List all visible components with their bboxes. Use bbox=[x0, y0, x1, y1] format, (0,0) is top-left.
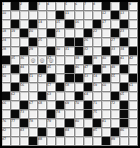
cell-10-6[interactable]: 57 bbox=[47, 83, 56, 92]
cell-7-15[interactable]: 42 bbox=[129, 56, 138, 65]
cell-2-1[interactable]: 10 bbox=[2, 11, 11, 20]
cell-10-1[interactable] bbox=[2, 83, 11, 92]
cell-16-13[interactable]: 89 bbox=[111, 137, 120, 146]
clue-number: 8 bbox=[93, 2, 95, 5]
clue-number: 27 bbox=[111, 38, 115, 41]
clue-number: 74 bbox=[56, 110, 60, 113]
clue-number: 42 bbox=[129, 56, 133, 59]
cell-6-1[interactable]: 28 bbox=[2, 47, 11, 56]
cell-4-15[interactable] bbox=[129, 29, 138, 38]
block-8-2 bbox=[11, 65, 20, 74]
cell-8-4[interactable] bbox=[29, 65, 38, 74]
cell-16-11[interactable] bbox=[93, 137, 102, 146]
cell-5-6[interactable] bbox=[47, 38, 56, 47]
clue-number: 30 bbox=[56, 47, 60, 50]
cell-12-12[interactable] bbox=[102, 101, 111, 110]
cell-9-5[interactable]: 52 bbox=[38, 74, 47, 83]
cell-15-15[interactable] bbox=[129, 128, 138, 137]
clue-number: 82 bbox=[2, 128, 6, 131]
cell-7-9[interactable]: 38 bbox=[75, 56, 84, 65]
cell-7-5[interactable]: ◎ bbox=[38, 56, 47, 65]
clue-number: 40 bbox=[102, 56, 106, 59]
block-3-4 bbox=[29, 20, 38, 29]
clue-number: 28 bbox=[2, 47, 6, 50]
cell-12-11[interactable]: 71 bbox=[93, 101, 102, 110]
clue-number: 84 bbox=[65, 128, 69, 131]
clue-number: 44 bbox=[20, 65, 24, 68]
clue-number: 31 bbox=[65, 47, 69, 50]
cell-7-14[interactable]: 41 bbox=[120, 56, 129, 65]
block-5-14 bbox=[120, 38, 129, 47]
block-6-12 bbox=[102, 47, 111, 56]
cell-16-14[interactable] bbox=[120, 137, 129, 146]
clue-number: 76 bbox=[2, 119, 6, 122]
cell-15-14[interactable]: 86 bbox=[120, 128, 129, 137]
cell-10-15[interactable]: 61 bbox=[129, 83, 138, 92]
cell-3-7[interactable]: 15 bbox=[56, 20, 65, 29]
cell-11-14[interactable]: 65 bbox=[120, 92, 129, 101]
cell-11-2[interactable]: 62 bbox=[11, 92, 20, 101]
block-9-3 bbox=[20, 74, 29, 83]
block-16-12 bbox=[102, 137, 111, 146]
cell-13-3[interactable]: 73 bbox=[20, 110, 29, 119]
cell-11-15[interactable] bbox=[129, 92, 138, 101]
clue-number: 20 bbox=[29, 29, 33, 32]
cell-10-4[interactable] bbox=[29, 83, 38, 92]
block-3-2 bbox=[11, 20, 20, 29]
clue-number: 77 bbox=[11, 119, 15, 122]
cell-11-12[interactable] bbox=[102, 92, 111, 101]
cell-4-7[interactable]: 21 bbox=[56, 29, 65, 38]
cell-2-14[interactable]: 13 bbox=[120, 11, 129, 20]
cell-12-8[interactable]: 69 bbox=[65, 101, 74, 110]
cell-5-10[interactable]: 26 bbox=[84, 38, 93, 47]
clue-number: 21 bbox=[56, 29, 60, 32]
cell-16-15[interactable] bbox=[129, 137, 138, 146]
cell-16-8[interactable] bbox=[65, 137, 74, 146]
cell-9-11[interactable]: 54 bbox=[93, 74, 102, 83]
block-12-7 bbox=[56, 101, 65, 110]
cell-9-7[interactable] bbox=[56, 74, 65, 83]
clue-number: 87 bbox=[2, 137, 6, 140]
clue-number: 58 bbox=[65, 83, 69, 86]
cell-14-13[interactable] bbox=[111, 119, 120, 128]
cell-16-10[interactable] bbox=[84, 137, 93, 146]
cell-10-12[interactable]: 60 bbox=[102, 83, 111, 92]
cell-13-4[interactable] bbox=[29, 110, 38, 119]
cell-4-2[interactable]: 19 bbox=[11, 29, 20, 38]
block-14-14 bbox=[120, 119, 129, 128]
cell-3-12[interactable]: 17 bbox=[102, 20, 111, 29]
cell-7-6[interactable]: 37◎ bbox=[47, 56, 56, 65]
clue-number: 60 bbox=[102, 83, 106, 86]
clue-number: 29 bbox=[29, 47, 33, 50]
block-13-6 bbox=[47, 110, 56, 119]
cell-4-5[interactable] bbox=[38, 29, 47, 38]
clue-number: 26 bbox=[84, 38, 88, 41]
block-3-11 bbox=[93, 20, 102, 29]
clue-number: 25 bbox=[38, 38, 42, 41]
cell-11-4[interactable] bbox=[29, 92, 38, 101]
block-4-10 bbox=[84, 29, 93, 38]
cell-14-7[interactable] bbox=[56, 119, 65, 128]
block-8-5 bbox=[38, 65, 47, 74]
cell-5-11[interactable] bbox=[93, 38, 102, 47]
cell-8-12[interactable]: 48 bbox=[102, 65, 111, 74]
block-2-13 bbox=[111, 11, 120, 20]
block-9-9 bbox=[75, 74, 84, 83]
cell-7-4[interactable]: ◎ bbox=[29, 56, 38, 65]
cell-4-8[interactable] bbox=[65, 29, 74, 38]
cell-11-7[interactable] bbox=[56, 92, 65, 101]
cell-7-8[interactable] bbox=[65, 56, 74, 65]
cell-5-15[interactable] bbox=[129, 38, 138, 47]
block-15-10 bbox=[84, 128, 93, 137]
cell-10-13[interactable] bbox=[111, 83, 120, 92]
cell-13-11[interactable]: 75 bbox=[93, 110, 102, 119]
clue-number: 89 bbox=[111, 137, 115, 140]
cell-4-9[interactable] bbox=[75, 29, 84, 38]
clue-number: 38 bbox=[75, 56, 79, 59]
cell-7-2[interactable]: 35 bbox=[11, 56, 20, 65]
cell-12-5[interactable]: 68 bbox=[38, 101, 47, 110]
block-6-6 bbox=[47, 47, 56, 56]
clue-number: 34 bbox=[120, 47, 124, 50]
cell-8-13[interactable]: 49 bbox=[111, 65, 120, 74]
block-9-8 bbox=[65, 74, 74, 83]
cell-14-6[interactable]: 79 bbox=[47, 119, 56, 128]
cell-16-1[interactable]: 87 bbox=[2, 137, 11, 146]
cell-2-10[interactable] bbox=[84, 11, 93, 20]
cell-6-11[interactable] bbox=[93, 47, 102, 56]
cell-8-1[interactable]: 43 bbox=[2, 65, 11, 74]
clue-number: 4 bbox=[47, 2, 49, 5]
cell-8-7[interactable] bbox=[56, 65, 65, 74]
cell-5-7[interactable] bbox=[56, 38, 65, 47]
block-1-12 bbox=[102, 2, 111, 11]
cell-13-8[interactable] bbox=[65, 110, 74, 119]
cell-4-11[interactable]: 22 bbox=[93, 29, 102, 38]
cell-11-11[interactable] bbox=[93, 92, 102, 101]
cell-5-13[interactable]: 27 bbox=[111, 38, 120, 47]
clue-number: 41 bbox=[120, 56, 124, 59]
clue-number: 48 bbox=[102, 65, 106, 68]
cell-2-3[interactable] bbox=[20, 11, 29, 20]
block-4-3 bbox=[20, 29, 29, 38]
block-15-7 bbox=[56, 128, 65, 137]
cell-15-3[interactable]: 83 bbox=[20, 128, 29, 137]
cell-9-2[interactable] bbox=[11, 74, 20, 83]
cell-15-8[interactable]: 84 bbox=[65, 128, 74, 137]
cell-1-13[interactable] bbox=[111, 2, 120, 11]
clue-number: 13 bbox=[120, 11, 124, 14]
clue-number: 57 bbox=[47, 83, 51, 86]
block-12-3 bbox=[20, 101, 29, 110]
block-10-10 bbox=[84, 83, 93, 92]
clue-number: 83 bbox=[20, 128, 24, 131]
cell-7-12[interactable]: 40 bbox=[102, 56, 111, 65]
cell-4-1[interactable]: 18 bbox=[2, 29, 11, 38]
cell-3-9[interactable]: 16 bbox=[75, 20, 84, 29]
cell-12-1[interactable]: 66 bbox=[2, 101, 11, 110]
clue-number: 43 bbox=[2, 65, 6, 68]
block-11-13 bbox=[111, 92, 120, 101]
cell-1-10[interactable]: 7 bbox=[84, 2, 93, 11]
cell-2-9[interactable] bbox=[75, 11, 84, 20]
cell-16-3[interactable] bbox=[20, 137, 29, 146]
cell-15-9[interactable] bbox=[75, 128, 84, 137]
cell-5-1[interactable]: 24 bbox=[2, 38, 11, 47]
cell-6-7[interactable]: 30 bbox=[56, 47, 65, 56]
clue-number: 1 bbox=[2, 2, 4, 5]
cell-15-12[interactable] bbox=[102, 128, 111, 137]
block-7-10 bbox=[84, 56, 93, 65]
cell-6-2[interactable] bbox=[11, 47, 20, 56]
cell-11-10[interactable]: 64 bbox=[84, 92, 93, 101]
cell-2-6[interactable] bbox=[47, 11, 56, 20]
clue-number: 55 bbox=[111, 74, 115, 77]
cell-4-4[interactable]: 20 bbox=[29, 29, 38, 38]
cell-13-5[interactable] bbox=[38, 110, 47, 119]
cell-3-15[interactable] bbox=[129, 20, 138, 29]
clue-number: 46 bbox=[75, 65, 79, 68]
clue-number: 10 bbox=[2, 11, 6, 14]
cell-3-10[interactable] bbox=[84, 20, 93, 29]
clue-number: 51 bbox=[29, 74, 33, 77]
clue-number: 66 bbox=[2, 101, 6, 104]
cell-3-13[interactable] bbox=[111, 20, 120, 29]
cell-1-1[interactable]: 1 bbox=[2, 2, 11, 11]
cell-8-3[interactable]: 44 bbox=[20, 65, 29, 74]
block-12-10 bbox=[84, 101, 93, 110]
circle-mark-icon: ◎ bbox=[40, 57, 45, 62]
cell-5-3[interactable] bbox=[20, 38, 29, 47]
cell-11-3[interactable] bbox=[20, 92, 29, 101]
cell-5-2[interactable] bbox=[11, 38, 20, 47]
clue-number: 75 bbox=[93, 110, 97, 113]
cell-4-14[interactable]: 23 bbox=[120, 29, 129, 38]
cell-9-1[interactable]: 50 bbox=[2, 74, 11, 83]
cell-10-9[interactable] bbox=[75, 83, 84, 92]
cell-8-9[interactable]: 46 bbox=[75, 65, 84, 74]
cell-6-13[interactable]: 33 bbox=[111, 47, 120, 56]
clue-number: 5 bbox=[65, 2, 67, 5]
block-11-5 bbox=[38, 92, 47, 101]
cell-6-10[interactable]: 32 bbox=[84, 47, 93, 56]
cell-5-12[interactable] bbox=[102, 38, 111, 47]
block-13-2 bbox=[11, 110, 20, 119]
clue-number: 59 bbox=[93, 83, 97, 86]
block-15-13 bbox=[111, 128, 120, 137]
clue-number: 22 bbox=[93, 29, 97, 32]
cell-1-3[interactable]: 2 bbox=[20, 2, 29, 11]
clue-number: 18 bbox=[2, 29, 6, 32]
clue-number: 9 bbox=[129, 2, 131, 5]
cell-11-6[interactable]: 63 bbox=[47, 92, 56, 101]
cell-7-11[interactable]: 39 bbox=[93, 56, 102, 65]
cell-15-4[interactable] bbox=[29, 128, 38, 137]
cell-1-11[interactable]: 8 bbox=[93, 2, 102, 11]
cell-3-6[interactable] bbox=[47, 20, 56, 29]
clue-number: 62 bbox=[11, 92, 15, 95]
clue-number: 56 bbox=[20, 83, 24, 86]
block-8-14 bbox=[120, 65, 129, 74]
clue-number: 88 bbox=[38, 137, 42, 140]
clue-number: 81 bbox=[102, 119, 106, 122]
cell-9-10[interactable]: 53 bbox=[84, 74, 93, 83]
cell-5-5[interactable]: 25 bbox=[38, 38, 47, 47]
clue-number: 35 bbox=[11, 56, 15, 59]
cell-9-4[interactable]: 51 bbox=[29, 74, 38, 83]
cell-8-10[interactable]: 47 bbox=[84, 65, 93, 74]
cell-13-7[interactable]: 74 bbox=[56, 110, 65, 119]
cell-15-1[interactable]: 82 bbox=[2, 128, 11, 137]
cell-7-7[interactable] bbox=[56, 56, 65, 65]
cell-2-8[interactable]: 11 bbox=[65, 11, 74, 20]
block-6-15 bbox=[129, 47, 138, 56]
cell-13-15[interactable] bbox=[129, 110, 138, 119]
cell-9-14[interactable] bbox=[120, 74, 129, 83]
crossword-board: 1234567891011121314151617181920212223242… bbox=[2, 2, 138, 146]
cell-12-2[interactable] bbox=[11, 101, 20, 110]
block-8-11 bbox=[93, 65, 102, 74]
cell-1-7[interactable] bbox=[56, 2, 65, 11]
clue-number: 78 bbox=[29, 119, 33, 122]
cell-15-6[interactable] bbox=[47, 128, 56, 137]
clue-number: 12 bbox=[102, 11, 106, 14]
clue-number: 53 bbox=[84, 74, 88, 77]
cell-3-5[interactable]: 14 bbox=[38, 20, 47, 29]
clue-number: 16 bbox=[75, 20, 79, 23]
cell-2-11[interactable] bbox=[93, 11, 102, 20]
cell-12-9[interactable]: 70 bbox=[75, 101, 84, 110]
cell-12-15[interactable] bbox=[129, 101, 138, 110]
cell-14-15[interactable] bbox=[129, 119, 138, 128]
block-3-8 bbox=[65, 20, 74, 29]
clue-number: 67 bbox=[29, 101, 33, 104]
clue-number: 3 bbox=[38, 2, 40, 5]
clue-number: 86 bbox=[120, 128, 124, 131]
clue-number: 65 bbox=[120, 92, 124, 95]
cell-16-2[interactable] bbox=[11, 137, 20, 146]
cell-2-12[interactable]: 12 bbox=[102, 11, 111, 20]
clue-number: 63 bbox=[47, 92, 51, 95]
cell-12-4[interactable]: 67 bbox=[29, 101, 38, 110]
clue-number: 36 bbox=[20, 56, 24, 59]
cell-1-8[interactable]: 5 bbox=[65, 2, 74, 11]
block-14-8 bbox=[65, 119, 74, 128]
cell-13-9[interactable] bbox=[75, 110, 84, 119]
clue-number: 49 bbox=[111, 65, 115, 68]
cell-6-8[interactable]: 31 bbox=[65, 47, 74, 56]
cell-10-5[interactable] bbox=[38, 83, 47, 92]
cell-14-10[interactable] bbox=[84, 119, 93, 128]
cell-15-2[interactable] bbox=[11, 128, 20, 137]
clue-number: 45 bbox=[47, 65, 51, 68]
cell-10-8[interactable]: 58 bbox=[65, 83, 74, 92]
crossword-frame: 1234567891011121314151617181920212223242… bbox=[0, 0, 140, 148]
clue-number: 6 bbox=[75, 2, 77, 5]
block-3-14 bbox=[120, 20, 129, 29]
cell-16-7[interactable] bbox=[56, 137, 65, 146]
clue-number: 64 bbox=[84, 92, 88, 95]
clue-number: 24 bbox=[2, 38, 6, 41]
clue-number: 33 bbox=[111, 47, 115, 50]
cell-14-1[interactable]: 76 bbox=[2, 119, 11, 128]
clue-number: 7 bbox=[84, 2, 86, 5]
cell-15-11[interactable]: 85 bbox=[93, 128, 102, 137]
cell-7-3[interactable]: 36 bbox=[20, 56, 29, 65]
clue-number: 14 bbox=[38, 20, 42, 23]
clue-number: 2 bbox=[20, 2, 22, 5]
cell-1-15[interactable]: 9 bbox=[129, 2, 138, 11]
cell-16-5[interactable]: 88 bbox=[38, 137, 47, 146]
block-5-4 bbox=[29, 38, 38, 47]
cell-12-13[interactable]: 72 bbox=[111, 101, 120, 110]
cell-3-1[interactable] bbox=[2, 20, 11, 29]
clue-number: 68 bbox=[38, 101, 42, 104]
clue-number: 50 bbox=[2, 74, 6, 77]
cell-4-12[interactable] bbox=[102, 29, 111, 38]
block-2-7 bbox=[56, 11, 65, 20]
cell-14-2[interactable]: 77 bbox=[11, 119, 20, 128]
cell-16-6[interactable] bbox=[47, 137, 56, 146]
circle-mark-icon: ◎ bbox=[49, 57, 54, 62]
clue-number: 17 bbox=[102, 20, 106, 23]
clue-number: 32 bbox=[84, 47, 88, 50]
cell-13-13[interactable] bbox=[111, 110, 120, 119]
cell-14-12[interactable]: 81 bbox=[102, 119, 111, 128]
block-5-9 bbox=[75, 38, 84, 47]
block-9-12 bbox=[102, 74, 111, 83]
cell-8-6[interactable]: 45 bbox=[47, 65, 56, 74]
cell-14-4[interactable]: 78 bbox=[29, 119, 38, 128]
cell-14-9[interactable]: 80 bbox=[75, 119, 84, 128]
clue-number: 19 bbox=[11, 29, 15, 32]
block-12-14 bbox=[120, 101, 129, 110]
block-11-9 bbox=[75, 92, 84, 101]
cell-1-9[interactable]: 6 bbox=[75, 2, 84, 11]
cell-13-1[interactable] bbox=[2, 110, 11, 119]
cell-9-13[interactable]: 55 bbox=[111, 74, 120, 83]
cell-2-5[interactable] bbox=[38, 11, 47, 20]
clue-number: 47 bbox=[84, 65, 88, 68]
cell-1-5[interactable]: 3 bbox=[38, 2, 47, 11]
cell-10-3[interactable]: 56 bbox=[20, 83, 29, 92]
block-15-5 bbox=[38, 128, 47, 137]
cell-6-4[interactable]: 29 bbox=[29, 47, 38, 56]
cell-8-15[interactable] bbox=[129, 65, 138, 74]
cell-6-5[interactable] bbox=[38, 47, 47, 56]
block-9-6 bbox=[47, 74, 56, 83]
cell-2-4[interactable] bbox=[29, 11, 38, 20]
cell-10-11[interactable]: 59 bbox=[93, 83, 102, 92]
clue-number: 39 bbox=[93, 56, 97, 59]
clue-number: 23 bbox=[120, 29, 124, 32]
cell-16-9[interactable] bbox=[75, 137, 84, 146]
cell-14-5[interactable] bbox=[38, 119, 47, 128]
cell-1-6[interactable]: 4 bbox=[47, 2, 56, 11]
cell-6-14[interactable]: 34 bbox=[120, 47, 129, 56]
cell-12-6[interactable] bbox=[47, 101, 56, 110]
cell-3-3[interactable] bbox=[20, 20, 29, 29]
cell-2-2[interactable] bbox=[11, 11, 20, 20]
cell-2-15[interactable] bbox=[129, 11, 138, 20]
block-14-3 bbox=[20, 119, 29, 128]
cell-13-12[interactable] bbox=[102, 110, 111, 119]
block-8-8 bbox=[65, 65, 74, 74]
cell-11-8[interactable] bbox=[65, 92, 74, 101]
